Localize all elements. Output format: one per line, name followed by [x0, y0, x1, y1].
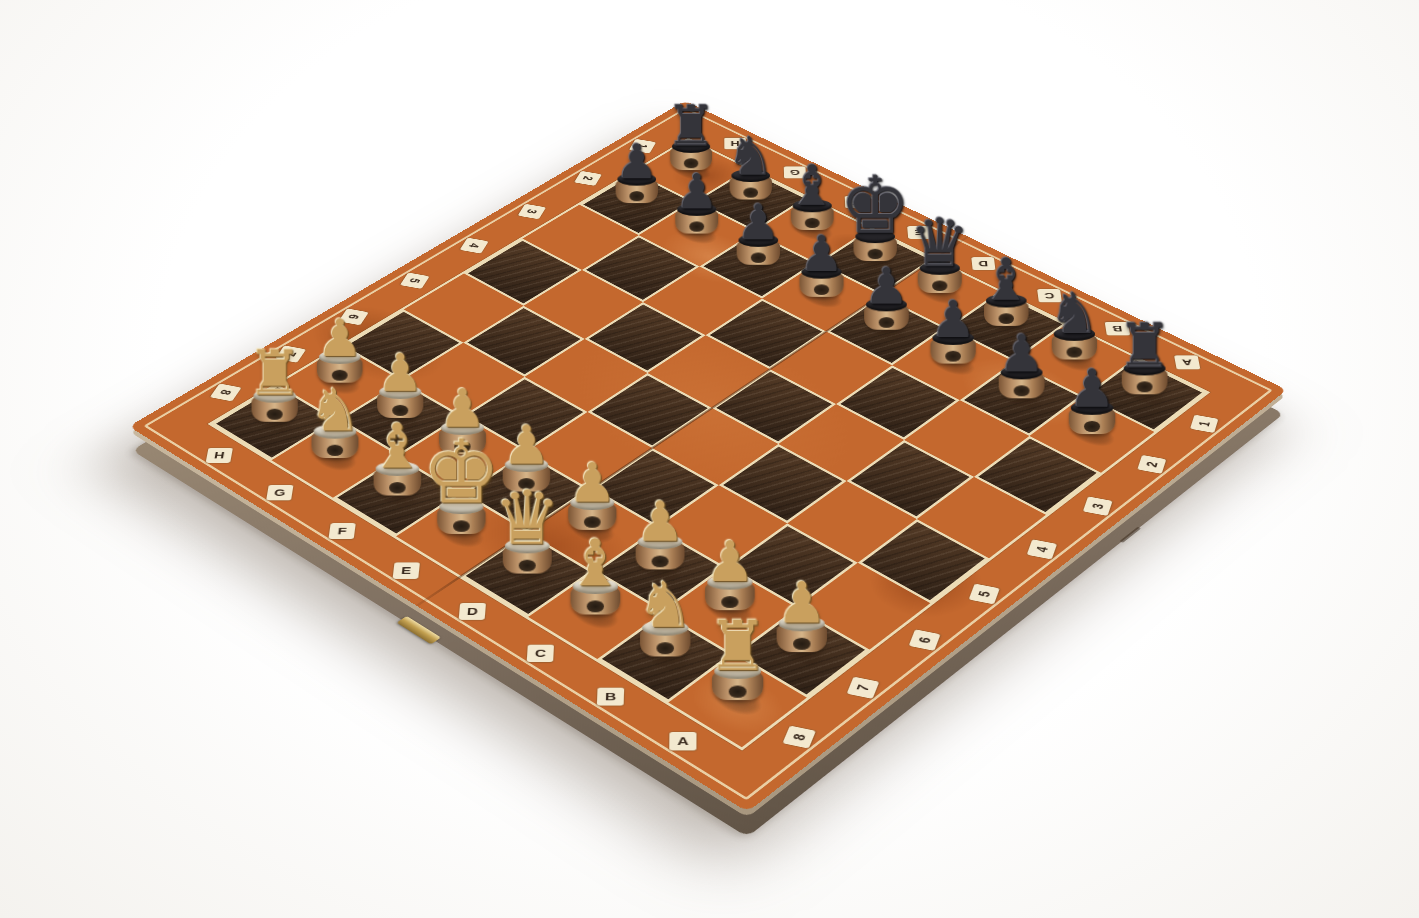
coord-label-sw_edge-G: G [266, 485, 293, 500]
coord-label-nw_edge-5: 5 [400, 273, 430, 289]
coord-label-se_edge-8: 8 [782, 726, 815, 749]
chess-board: HGFEDCBA12345678HGFEDCBA12345678♜♟♞♟♝♟♚♟… [129, 101, 1287, 812]
coord-label-sw_edge-B: B [597, 688, 624, 706]
coord-label-sw_edge-H: H [206, 448, 233, 463]
black-pawn-figurine: ♟ [799, 232, 844, 278]
product-photo-scene: HGFEDCBA12345678HGFEDCBA12345678♜♟♞♟♝♟♚♟… [0, 0, 1419, 918]
coord-label-sw_edge-F: F [328, 523, 355, 539]
coord-label-se_edge-5: 5 [969, 584, 1000, 605]
coord-label-se_edge-3: 3 [1083, 496, 1113, 515]
black-pawn-figurine: ♟ [998, 331, 1044, 379]
black-pawn-figurine: ♟ [736, 201, 780, 246]
coord-label-sw_edge-E: E [393, 562, 420, 578]
black-pawn-figurine: ♟ [864, 264, 909, 310]
coord-label-se_edge-7: 7 [847, 677, 880, 699]
black-pawn-figurine: ♟ [930, 297, 976, 344]
coord-label-se_edge-4: 4 [1027, 539, 1057, 559]
coord-label-se_edge-1: 1 [1190, 415, 1218, 433]
coord-label-sw_edge-A: A [669, 732, 696, 750]
coord-label-nw_edge-4: 4 [460, 238, 489, 254]
coord-label-se_edge-6: 6 [909, 629, 941, 650]
coord-label-sw_edge-D: D [459, 603, 486, 620]
black-pawn-figurine: ♟ [675, 170, 718, 215]
white-rook-figurine: ♜ [707, 614, 769, 678]
coord-label-nw_edge-3: 3 [518, 204, 546, 219]
coord-label-sw_edge-C: C [527, 645, 554, 662]
black-pawn-figurine: ♟ [1068, 365, 1115, 413]
coord-label-se_edge-2: 2 [1137, 455, 1166, 474]
side-joint [1119, 527, 1141, 543]
board-top: HGFEDCBA12345678HGFEDCBA12345678♜♟♞♟♝♟♚♟… [129, 101, 1287, 812]
